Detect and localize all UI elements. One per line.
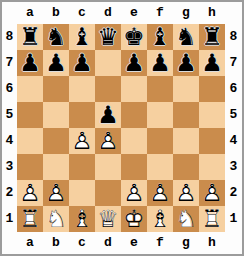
black-pawn-icon: ♟ <box>17 50 43 76</box>
square-h4[interactable] <box>199 128 225 154</box>
file-label-e: e <box>121 232 147 254</box>
square-e2[interactable]: ♟♙ <box>121 180 147 206</box>
square-d2[interactable] <box>95 180 121 206</box>
square-f1[interactable]: ♝♗ <box>147 206 173 232</box>
square-g8[interactable]: ♞ <box>173 24 199 50</box>
rank-label-7: 7 <box>2 50 17 76</box>
black-bishop-icon: ♝ <box>147 24 173 50</box>
file-label-c: c <box>69 232 95 254</box>
square-e3[interactable] <box>121 154 147 180</box>
square-g4[interactable] <box>173 128 199 154</box>
square-d6[interactable] <box>95 76 121 102</box>
square-h2[interactable]: ♟♙ <box>199 180 225 206</box>
black-knight-icon: ♞ <box>43 24 69 50</box>
black-knight-icon: ♞ <box>173 24 199 50</box>
square-c1[interactable]: ♝♗ <box>69 206 95 232</box>
square-a2[interactable]: ♟♙ <box>17 180 43 206</box>
square-d3[interactable] <box>95 154 121 180</box>
rank-label-1: 1 <box>225 206 242 232</box>
rank-label-1: 1 <box>2 206 17 232</box>
square-a6[interactable] <box>17 76 43 102</box>
black-pawn-icon: ♟ <box>43 50 69 76</box>
file-label-a: a <box>17 2 43 24</box>
rank-labels-left: 8 7 6 5 4 3 2 1 <box>2 24 17 232</box>
rank-label-6: 6 <box>2 76 17 102</box>
rank-label-3: 3 <box>2 154 17 180</box>
square-a5[interactable] <box>17 102 43 128</box>
file-label-b: b <box>43 232 69 254</box>
square-d4[interactable]: ♟♙ <box>95 128 121 154</box>
black-pawn-icon: ♟ <box>95 102 121 128</box>
square-f7[interactable]: ♟ <box>147 50 173 76</box>
square-h6[interactable] <box>199 76 225 102</box>
square-e1[interactable]: ♚♔ <box>121 206 147 232</box>
white-knight-icon: ♘ <box>43 206 69 232</box>
white-bishop-icon: ♗ <box>69 206 95 232</box>
file-labels-top: a b c d e f g h <box>17 2 225 24</box>
square-g1[interactable]: ♞♘ <box>173 206 199 232</box>
square-d7[interactable] <box>95 50 121 76</box>
chess-board: ♜♞♝♛♚♝♞♜♟♟♟♟♟♟♟♟♟♙♟♙♟♙♟♙♟♙♟♙♟♙♟♙♜♖♞♘♝♗♛♕… <box>17 24 225 232</box>
file-label-d: d <box>95 232 121 254</box>
white-pawn-icon: ♙ <box>199 180 225 206</box>
file-label-f: f <box>147 232 173 254</box>
file-label-e: e <box>121 2 147 24</box>
white-queen-icon: ♕ <box>95 206 121 232</box>
black-rook-icon: ♜ <box>199 24 225 50</box>
square-e5[interactable] <box>121 102 147 128</box>
rank-label-5: 5 <box>225 102 242 128</box>
square-b1[interactable]: ♞♘ <box>43 206 69 232</box>
square-a8[interactable]: ♜ <box>17 24 43 50</box>
rank-label-7: 7 <box>225 50 242 76</box>
black-pawn-icon: ♟ <box>199 50 225 76</box>
square-f4[interactable] <box>147 128 173 154</box>
square-h1[interactable]: ♜♖ <box>199 206 225 232</box>
rank-label-2: 2 <box>225 180 242 206</box>
square-h3[interactable] <box>199 154 225 180</box>
rank-label-6: 6 <box>225 76 242 102</box>
square-g7[interactable]: ♟ <box>173 50 199 76</box>
square-b3[interactable] <box>43 154 69 180</box>
white-pawn-icon: ♙ <box>17 180 43 206</box>
file-label-b: b <box>43 2 69 24</box>
square-e4[interactable] <box>121 128 147 154</box>
rank-label-5: 5 <box>2 102 17 128</box>
square-h7[interactable]: ♟ <box>199 50 225 76</box>
square-f6[interactable] <box>147 76 173 102</box>
file-labels-bottom: a b c d e f g h <box>17 232 225 254</box>
square-b6[interactable] <box>43 76 69 102</box>
white-rook-icon: ♖ <box>199 206 225 232</box>
square-h8[interactable]: ♜ <box>199 24 225 50</box>
square-d5[interactable]: ♟ <box>95 102 121 128</box>
square-b4[interactable] <box>43 128 69 154</box>
black-pawn-icon: ♟ <box>147 50 173 76</box>
rank-label-2: 2 <box>2 180 17 206</box>
square-c4[interactable]: ♟♙ <box>69 128 95 154</box>
file-label-g: g <box>173 232 199 254</box>
square-e6[interactable] <box>121 76 147 102</box>
square-h5[interactable] <box>199 102 225 128</box>
square-b7[interactable]: ♟ <box>43 50 69 76</box>
white-rook-icon: ♖ <box>17 206 43 232</box>
square-f5[interactable] <box>147 102 173 128</box>
file-label-d: d <box>95 2 121 24</box>
black-pawn-icon: ♟ <box>121 50 147 76</box>
square-g3[interactable] <box>173 154 199 180</box>
square-g6[interactable] <box>173 76 199 102</box>
black-king-icon: ♚ <box>121 24 147 50</box>
chess-diagram: a b c d e f g h 8 7 6 5 4 3 2 1 8 7 6 5 … <box>0 0 244 256</box>
file-label-c: c <box>69 2 95 24</box>
square-c6[interactable] <box>69 76 95 102</box>
black-rook-icon: ♜ <box>17 24 43 50</box>
file-label-h: h <box>199 232 225 254</box>
white-pawn-icon: ♙ <box>121 180 147 206</box>
square-d8[interactable]: ♛ <box>95 24 121 50</box>
file-label-h: h <box>199 2 225 24</box>
square-g2[interactable]: ♟♙ <box>173 180 199 206</box>
square-e8[interactable]: ♚ <box>121 24 147 50</box>
rank-labels-right: 8 7 6 5 4 3 2 1 <box>225 24 242 232</box>
black-queen-icon: ♛ <box>95 24 121 50</box>
square-a7[interactable]: ♟ <box>17 50 43 76</box>
square-c5[interactable] <box>69 102 95 128</box>
white-king-icon: ♔ <box>121 206 147 232</box>
square-f3[interactable] <box>147 154 173 180</box>
square-c3[interactable] <box>69 154 95 180</box>
white-bishop-icon: ♗ <box>147 206 173 232</box>
file-label-g: g <box>173 2 199 24</box>
rank-label-8: 8 <box>225 24 242 50</box>
square-g5[interactable] <box>173 102 199 128</box>
rank-label-4: 4 <box>225 128 242 154</box>
white-pawn-icon: ♙ <box>95 128 121 154</box>
rank-label-4: 4 <box>2 128 17 154</box>
white-pawn-icon: ♙ <box>69 128 95 154</box>
square-f2[interactable]: ♟♙ <box>147 180 173 206</box>
white-knight-icon: ♘ <box>173 206 199 232</box>
square-c7[interactable]: ♟ <box>69 50 95 76</box>
square-c2[interactable] <box>69 180 95 206</box>
square-f8[interactable]: ♝ <box>147 24 173 50</box>
square-b2[interactable]: ♟♙ <box>43 180 69 206</box>
black-bishop-icon: ♝ <box>69 24 95 50</box>
square-a1[interactable]: ♜♖ <box>17 206 43 232</box>
rank-label-3: 3 <box>225 154 242 180</box>
square-d1[interactable]: ♛♕ <box>95 206 121 232</box>
file-label-a: a <box>17 232 43 254</box>
black-pawn-icon: ♟ <box>173 50 199 76</box>
square-b8[interactable]: ♞ <box>43 24 69 50</box>
white-pawn-icon: ♙ <box>173 180 199 206</box>
white-pawn-icon: ♙ <box>43 180 69 206</box>
square-a4[interactable] <box>17 128 43 154</box>
square-a3[interactable] <box>17 154 43 180</box>
white-pawn-icon: ♙ <box>147 180 173 206</box>
square-b5[interactable] <box>43 102 69 128</box>
square-c8[interactable]: ♝ <box>69 24 95 50</box>
square-e7[interactable]: ♟ <box>121 50 147 76</box>
file-label-f: f <box>147 2 173 24</box>
black-pawn-icon: ♟ <box>69 50 95 76</box>
rank-label-8: 8 <box>2 24 17 50</box>
